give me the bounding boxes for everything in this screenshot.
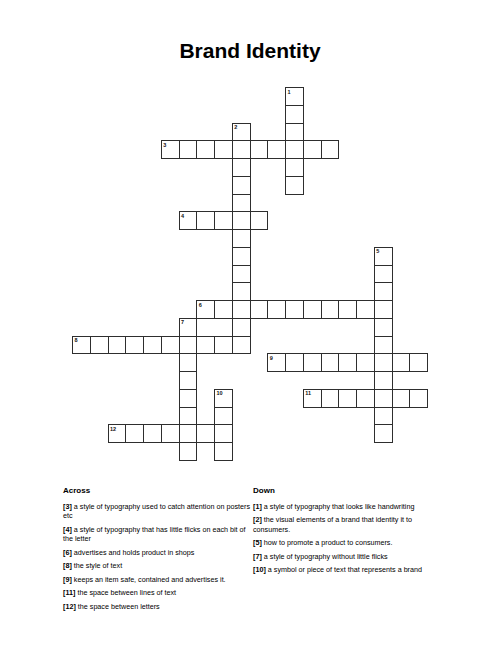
cell-r15-c17[interactable]: [374, 353, 393, 372]
cell-r15-c15[interactable]: [338, 353, 357, 372]
cell-r18-c8[interactable]: [214, 407, 233, 426]
cell-r14-c8[interactable]: [214, 336, 233, 355]
clue-8-across: [8] the style of text: [63, 561, 250, 570]
cell-number: 10: [217, 390, 223, 396]
cell-r19-c4[interactable]: [143, 424, 162, 443]
clue-number: [4]: [63, 525, 72, 534]
cell-r15-c18[interactable]: [392, 353, 411, 372]
cell-r17-c6[interactable]: [179, 389, 198, 408]
cell-r15-c16[interactable]: [356, 353, 375, 372]
clue-2-down: [2] the visual elements of a brand that …: [253, 515, 440, 534]
cell-r20-c6[interactable]: [179, 442, 198, 461]
cell-r0-c12[interactable]: 1: [285, 87, 304, 106]
cell-r12-c14[interactable]: [321, 300, 340, 319]
cell-r2-c9[interactable]: 2: [232, 123, 251, 142]
cell-r14-c0[interactable]: 8: [72, 336, 91, 355]
cell-r11-c9[interactable]: [232, 282, 251, 301]
cell-number: 9: [270, 355, 273, 361]
across-clues-column: Across [3] a style of typography used to…: [63, 486, 250, 615]
cell-number: 4: [181, 213, 184, 219]
cell-r19-c7[interactable]: [196, 424, 215, 443]
cell-number: 3: [163, 142, 166, 148]
clue-number: [1]: [253, 502, 262, 511]
cell-r2-c12[interactable]: [285, 123, 304, 142]
cell-r17-c16[interactable]: [356, 389, 375, 408]
cell-number: 11: [305, 390, 311, 396]
cell-r17-c14[interactable]: [321, 389, 340, 408]
clue-number: [12]: [63, 602, 76, 611]
cell-r20-c8[interactable]: [214, 442, 233, 461]
cell-r19-c17[interactable]: [374, 424, 393, 443]
clue-4-across: [4] a style of typography that has littl…: [63, 525, 250, 544]
worksheet-page: Brand Identity 346891112125710 Across [3…: [0, 0, 500, 647]
cell-r17-c19[interactable]: [409, 389, 428, 408]
down-header: Down: [253, 486, 440, 495]
clue-5-down: [5] how to promote a product to consumer…: [253, 538, 440, 547]
cell-r17-c18[interactable]: [392, 389, 411, 408]
cell-r3-c5[interactable]: 3: [161, 140, 180, 159]
cell-r7-c7[interactable]: [196, 211, 215, 230]
cell-r8-c9[interactable]: [232, 229, 251, 248]
clue-10-down: [10] a symbol or piece of text that repr…: [253, 565, 440, 574]
cell-r3-c9[interactable]: [232, 140, 251, 159]
cell-r12-c7[interactable]: 6: [196, 300, 215, 319]
cell-r15-c19[interactable]: [409, 353, 428, 372]
clue-number: [5]: [253, 538, 262, 547]
cell-number: 1: [288, 89, 291, 95]
cell-r12-c11[interactable]: [267, 300, 286, 319]
cell-r13-c17[interactable]: [374, 318, 393, 337]
cell-r17-c13[interactable]: 11: [303, 389, 322, 408]
cell-r16-c6[interactable]: [179, 371, 198, 390]
cell-r14-c6[interactable]: [179, 336, 198, 355]
cell-r14-c1[interactable]: [90, 336, 109, 355]
cell-r19-c8[interactable]: [214, 424, 233, 443]
cell-r18-c6[interactable]: [179, 407, 198, 426]
cell-r15-c14[interactable]: [321, 353, 340, 372]
cell-r14-c9[interactable]: [232, 336, 251, 355]
cell-r12-c15[interactable]: [338, 300, 357, 319]
cell-r12-c10[interactable]: [250, 300, 269, 319]
cell-r3-c14[interactable]: [321, 140, 340, 159]
cell-r7-c9[interactable]: [232, 211, 251, 230]
clue-6-across: [6] advertises and holds product in shop…: [63, 548, 250, 557]
cell-r5-c9[interactable]: [232, 176, 251, 195]
cell-r19-c3[interactable]: [125, 424, 144, 443]
cell-number: 6: [199, 302, 202, 308]
clue-number: [7]: [253, 552, 262, 561]
clue-3-across: [3] a style of typography used to catch …: [63, 502, 250, 521]
cell-r15-c11[interactable]: 9: [267, 353, 286, 372]
cell-r9-c17[interactable]: 5: [374, 247, 393, 266]
clue-number: [10]: [253, 565, 266, 574]
cell-r6-c9[interactable]: [232, 194, 251, 213]
cell-r3-c7[interactable]: [196, 140, 215, 159]
clue-number: [11]: [63, 588, 75, 597]
cell-r7-c8[interactable]: [214, 211, 233, 230]
clue-11-across: [11] the space between lines of text: [63, 588, 250, 597]
across-header: Across: [63, 486, 250, 495]
cell-r3-c13[interactable]: [303, 140, 322, 159]
cell-r11-c17[interactable]: [374, 282, 393, 301]
cell-r4-c12[interactable]: [285, 158, 304, 177]
down-clues-column: Down [1] a style of typography that look…: [253, 486, 440, 579]
cell-r13-c9[interactable]: [232, 318, 251, 337]
clue-number: [2]: [253, 515, 262, 524]
cell-r4-c9[interactable]: [232, 158, 251, 177]
cell-r10-c17[interactable]: [374, 265, 393, 284]
clue-number: [8]: [63, 561, 72, 570]
cell-r3-c12[interactable]: [285, 140, 304, 159]
cell-r12-c9[interactable]: [232, 300, 251, 319]
cell-r16-c17[interactable]: [374, 371, 393, 390]
across-clue-list: [3] a style of typography used to catch …: [63, 502, 250, 611]
cell-r17-c8[interactable]: 10: [214, 389, 233, 408]
cell-number: 7: [181, 319, 184, 325]
cell-r3-c8[interactable]: [214, 140, 233, 159]
cell-r18-c17[interactable]: [374, 407, 393, 426]
cell-number: 5: [376, 248, 379, 254]
cell-r12-c16[interactable]: [356, 300, 375, 319]
cell-r14-c4[interactable]: [143, 336, 162, 355]
cell-r14-c5[interactable]: [161, 336, 180, 355]
page-title: Brand Identity: [0, 39, 500, 62]
cell-r12-c17[interactable]: [374, 300, 393, 319]
clue-number: [3]: [63, 502, 72, 511]
cell-r14-c3[interactable]: [125, 336, 144, 355]
cell-r14-c17[interactable]: [374, 336, 393, 355]
cell-r7-c10[interactable]: [250, 211, 269, 230]
clue-number: [6]: [63, 548, 72, 557]
cell-r19-c5[interactable]: [161, 424, 180, 443]
clue-number: [9]: [63, 575, 72, 584]
cell-r15-c6[interactable]: [179, 353, 198, 372]
cell-r1-c12[interactable]: [285, 105, 304, 124]
cell-r3-c11[interactable]: [267, 140, 286, 159]
cell-r14-c2[interactable]: [108, 336, 127, 355]
cell-r3-c10[interactable]: [250, 140, 269, 159]
cell-r17-c17[interactable]: [374, 389, 393, 408]
clues-section: Across [3] a style of typography used to…: [0, 486, 500, 647]
cell-r12-c8[interactable]: [214, 300, 233, 319]
cell-r17-c15[interactable]: [338, 389, 357, 408]
cell-r19-c2[interactable]: 12: [108, 424, 127, 443]
cell-r10-c9[interactable]: [232, 265, 251, 284]
cell-r12-c13[interactable]: [303, 300, 322, 319]
cell-r5-c12[interactable]: [285, 176, 304, 195]
cell-r3-c6[interactable]: [179, 140, 198, 159]
cell-r13-c6[interactable]: 7: [179, 318, 198, 337]
clue-7-down: [7] a style of typography without little…: [253, 552, 440, 561]
clue-12-across: [12] the space between letters: [63, 602, 250, 611]
down-clue-list: [1] a style of typography that looks lik…: [253, 502, 440, 575]
cell-number: 2: [234, 124, 237, 130]
clue-1-down: [1] a style of typography that looks lik…: [253, 502, 440, 511]
cell-r15-c13[interactable]: [303, 353, 322, 372]
cell-r7-c6[interactable]: 4: [179, 211, 198, 230]
cell-r9-c9[interactable]: [232, 247, 251, 266]
cell-r15-c12[interactable]: [285, 353, 304, 372]
clue-9-across: [9] keeps an item safe, contained and ad…: [63, 575, 250, 584]
cell-r19-c6[interactable]: [179, 424, 198, 443]
cell-r12-c12[interactable]: [285, 300, 304, 319]
cell-number: 12: [110, 426, 116, 432]
cell-number: 8: [75, 337, 78, 343]
cell-r14-c7[interactable]: [196, 336, 215, 355]
